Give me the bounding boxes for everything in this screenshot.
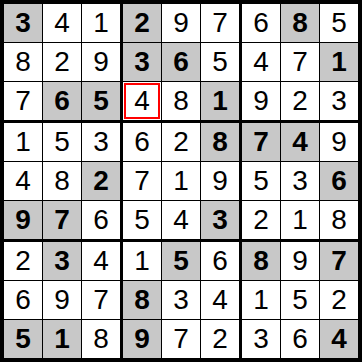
cell-r3c6[interactable]: 1 <box>201 82 239 120</box>
cell-r6c6[interactable]: 3 <box>201 201 239 239</box>
cell-r8c1[interactable]: 6 <box>4 281 42 319</box>
cell-r3c7[interactable]: 9 <box>240 82 280 120</box>
cell-r8c9[interactable]: 2 <box>320 281 358 319</box>
cell-r6c2[interactable]: 7 <box>43 201 81 239</box>
cell-r5c3[interactable]: 2 <box>82 162 120 200</box>
cell-r7c3[interactable]: 4 <box>82 240 120 280</box>
cell-r7c1[interactable]: 2 <box>4 240 42 280</box>
sudoku-board: 3412976858293654717654819231536287494827… <box>0 0 362 362</box>
cell-r1c2[interactable]: 4 <box>43 4 81 42</box>
cell-r6c8[interactable]: 1 <box>281 201 319 239</box>
cell-r6c5[interactable]: 4 <box>162 201 200 239</box>
cell-r3c4[interactable]: 4 <box>121 82 161 120</box>
cell-r6c9[interactable]: 8 <box>320 201 358 239</box>
cell-r1c4[interactable]: 2 <box>121 4 161 42</box>
cell-r4c2[interactable]: 5 <box>43 121 81 161</box>
cell-r8c8[interactable]: 5 <box>281 281 319 319</box>
cell-r4c5[interactable]: 2 <box>162 121 200 161</box>
cell-r4c9[interactable]: 9 <box>320 121 358 161</box>
cell-r7c9[interactable]: 7 <box>320 240 358 280</box>
cell-r7c2[interactable]: 3 <box>43 240 81 280</box>
cell-r2c1[interactable]: 8 <box>4 43 42 81</box>
cell-r1c7[interactable]: 6 <box>240 4 280 42</box>
cell-r8c3[interactable]: 7 <box>82 281 120 319</box>
cell-r3c3[interactable]: 5 <box>82 82 120 120</box>
cell-r8c5[interactable]: 3 <box>162 281 200 319</box>
cell-r9c6[interactable]: 2 <box>201 320 239 358</box>
cell-r9c8[interactable]: 6 <box>281 320 319 358</box>
cell-r8c6[interactable]: 4 <box>201 281 239 319</box>
cell-r7c7[interactable]: 8 <box>240 240 280 280</box>
cell-r2c9[interactable]: 1 <box>320 43 358 81</box>
cell-r4c1[interactable]: 1 <box>4 121 42 161</box>
cell-r1c8[interactable]: 8 <box>281 4 319 42</box>
cell-r9c3[interactable]: 8 <box>82 320 120 358</box>
cell-r9c9[interactable]: 4 <box>320 320 358 358</box>
cell-r3c8[interactable]: 2 <box>281 82 319 120</box>
cell-r3c2[interactable]: 6 <box>43 82 81 120</box>
cell-r7c4[interactable]: 1 <box>121 240 161 280</box>
cell-r5c8[interactable]: 3 <box>281 162 319 200</box>
cell-r9c2[interactable]: 1 <box>43 320 81 358</box>
cell-r2c6[interactable]: 5 <box>201 43 239 81</box>
cell-r3c9[interactable]: 3 <box>320 82 358 120</box>
cell-r5c1[interactable]: 4 <box>4 162 42 200</box>
cell-r3c1[interactable]: 7 <box>4 82 42 120</box>
cell-r5c7[interactable]: 5 <box>240 162 280 200</box>
cell-r4c6[interactable]: 8 <box>201 121 239 161</box>
cell-r1c3[interactable]: 1 <box>82 4 120 42</box>
cell-r5c5[interactable]: 1 <box>162 162 200 200</box>
cell-r5c2[interactable]: 8 <box>43 162 81 200</box>
cell-r2c8[interactable]: 7 <box>281 43 319 81</box>
cell-r7c6[interactable]: 6 <box>201 240 239 280</box>
cell-r1c5[interactable]: 9 <box>162 4 200 42</box>
cell-r9c1[interactable]: 5 <box>4 320 42 358</box>
cell-r6c1[interactable]: 9 <box>4 201 42 239</box>
cell-r8c4[interactable]: 8 <box>121 281 161 319</box>
cell-r9c4[interactable]: 9 <box>121 320 161 358</box>
cell-r7c8[interactable]: 9 <box>281 240 319 280</box>
cell-r7c5[interactable]: 5 <box>162 240 200 280</box>
cell-r9c7[interactable]: 3 <box>240 320 280 358</box>
cell-r2c4[interactable]: 3 <box>121 43 161 81</box>
cell-r1c6[interactable]: 7 <box>201 4 239 42</box>
cell-r4c4[interactable]: 6 <box>121 121 161 161</box>
cell-r8c7[interactable]: 1 <box>240 281 280 319</box>
cell-r6c7[interactable]: 2 <box>240 201 280 239</box>
cell-r1c1[interactable]: 3 <box>4 4 42 42</box>
cell-r5c4[interactable]: 7 <box>121 162 161 200</box>
cell-r6c4[interactable]: 5 <box>121 201 161 239</box>
cell-r4c3[interactable]: 3 <box>82 121 120 161</box>
cell-r5c6[interactable]: 9 <box>201 162 239 200</box>
cell-r5c9[interactable]: 6 <box>320 162 358 200</box>
cell-r2c7[interactable]: 4 <box>240 43 280 81</box>
cell-r2c2[interactable]: 2 <box>43 43 81 81</box>
cell-r9c5[interactable]: 7 <box>162 320 200 358</box>
cell-r8c2[interactable]: 9 <box>43 281 81 319</box>
cell-r4c8[interactable]: 4 <box>281 121 319 161</box>
cell-r4c7[interactable]: 7 <box>240 121 280 161</box>
cell-r6c3[interactable]: 6 <box>82 201 120 239</box>
cell-r2c3[interactable]: 9 <box>82 43 120 81</box>
cell-r2c5[interactable]: 6 <box>162 43 200 81</box>
cell-r3c5[interactable]: 8 <box>162 82 200 120</box>
cell-r1c9[interactable]: 5 <box>320 4 358 42</box>
